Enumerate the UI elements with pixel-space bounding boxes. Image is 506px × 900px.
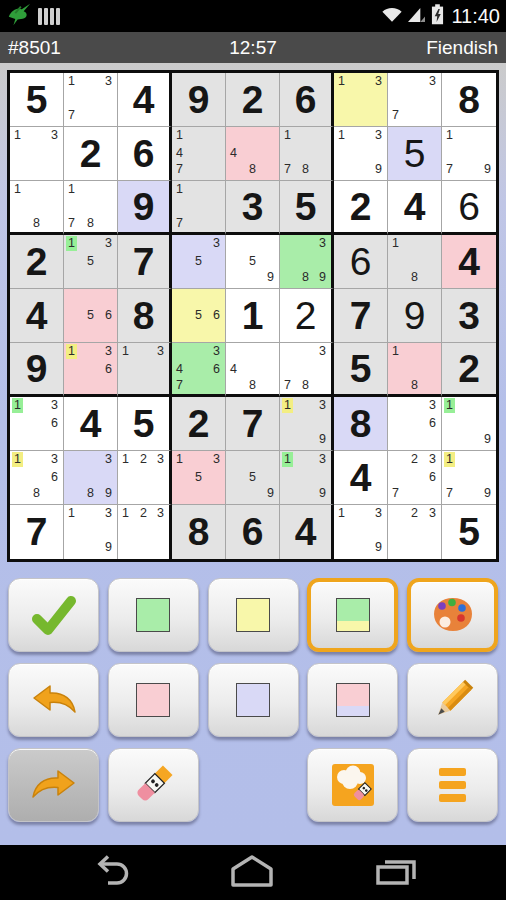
cell-r8c6[interactable]: 139 xyxy=(280,451,334,505)
cell-r6c2[interactable]: 136 xyxy=(64,343,118,397)
cell-r3c6[interactable]: 5 xyxy=(280,181,334,235)
cell-r5c7[interactable]: 7 xyxy=(334,289,388,343)
pencil-mark: 3 xyxy=(103,74,114,89)
cell-r6c5[interactable]: 48 xyxy=(226,343,280,397)
android-nav-bar xyxy=(0,845,506,900)
given-digit: 5 xyxy=(442,505,496,559)
pencil-mark: 6 xyxy=(49,470,60,485)
given-digit: 8 xyxy=(442,73,496,126)
pencil-mark: 1 xyxy=(12,452,23,467)
given-digit: 5 xyxy=(10,73,63,126)
given-digit: 9 xyxy=(172,73,225,126)
pencil-mark: 2 xyxy=(409,506,420,521)
pencil-mark: 9 xyxy=(317,432,328,447)
pencil-mark: 9 xyxy=(103,486,114,501)
clear-marks-icon xyxy=(330,762,376,808)
main-content: 5137492613378132614748178139517918178917… xyxy=(0,63,506,845)
pencil-mark: 9 xyxy=(373,162,384,177)
pencil-mark: 3 xyxy=(49,398,60,413)
toolbar-empty-slot xyxy=(208,748,299,822)
pencil-mark: 1 xyxy=(174,452,185,467)
pencil-mark: 7 xyxy=(282,162,293,177)
pencil-mark: 1 xyxy=(66,344,77,359)
check-icon xyxy=(30,592,78,638)
pencil-mark: 8 xyxy=(300,270,311,285)
redo-icon xyxy=(28,765,80,805)
pencil-mark: 1 xyxy=(282,398,293,413)
given-digit: 6 xyxy=(118,127,169,180)
pencil-mark: 1 xyxy=(444,452,455,467)
pencil-mark: 3 xyxy=(211,344,222,359)
pencil-mark: 3 xyxy=(49,452,60,467)
cell-r9c3[interactable]: 123 xyxy=(118,505,172,559)
cell-r3c1[interactable]: 18 xyxy=(10,181,64,235)
cell-r1c1[interactable]: 5 xyxy=(10,73,64,127)
pencil-mark: 9 xyxy=(103,540,114,555)
lavender-swatch-icon xyxy=(236,683,270,717)
cell-r4c7[interactable]: 6 xyxy=(334,235,388,289)
cell-r1c5[interactable]: 2 xyxy=(226,73,280,127)
cell-r2c1[interactable]: 13 xyxy=(10,127,64,181)
pencil-mark: 1 xyxy=(174,182,185,197)
cell-r9c7[interactable]: 139 xyxy=(334,505,388,559)
given-digit: 5 xyxy=(280,181,331,232)
pencil-mark: 1 xyxy=(66,182,77,197)
undo-icon xyxy=(28,680,80,720)
entered-digit: 5 xyxy=(388,127,441,180)
pencil-mark: 8 xyxy=(85,486,96,501)
pencil-mark: 4 xyxy=(174,146,185,161)
pencil-mark: 1 xyxy=(66,74,77,89)
pencil-mark: 1 xyxy=(390,236,401,251)
given-digit: 2 xyxy=(334,181,387,232)
cell-r8c4[interactable]: 135 xyxy=(172,451,226,505)
home-button[interactable] xyxy=(226,855,278,891)
pencil-mark: 6 xyxy=(211,308,222,323)
pencil-mark: 1 xyxy=(120,506,131,521)
cell-r7c4[interactable]: 2 xyxy=(172,397,226,451)
cell-r6c1[interactable]: 9 xyxy=(10,343,64,397)
cell-r7c1[interactable]: 136 xyxy=(10,397,64,451)
pencil-mark: 1 xyxy=(444,128,455,143)
pencil-mark: 9 xyxy=(317,270,328,285)
pencil-mark: 1 xyxy=(336,506,347,521)
hummingbird-app-icon xyxy=(6,1,32,31)
entered-digit: 6 xyxy=(442,181,496,232)
pencil-mark: 6 xyxy=(427,416,438,431)
cell-r3c9[interactable]: 6 xyxy=(442,181,496,235)
pencil-mark: 7 xyxy=(282,378,293,393)
cell-r3c7[interactable]: 2 xyxy=(334,181,388,235)
undo-button[interactable] xyxy=(8,663,99,737)
pencil-mark: 8 xyxy=(300,162,311,177)
entered-digit: 6 xyxy=(334,235,387,288)
given-digit: 7 xyxy=(10,505,63,559)
cell-r9c4[interactable]: 8 xyxy=(172,505,226,559)
toolbar xyxy=(0,578,506,822)
cell-r6c3[interactable]: 13 xyxy=(118,343,172,397)
pencil-mark: 4 xyxy=(228,362,239,377)
pencil-mark: 7 xyxy=(66,108,77,123)
eraser-icon xyxy=(128,760,178,810)
cell-r3c5[interactable]: 3 xyxy=(226,181,280,235)
color-pink-button[interactable] xyxy=(108,663,199,737)
given-digit: 1 xyxy=(226,289,279,342)
pencil-mark: 1 xyxy=(66,236,77,251)
app-header: #8501 12:57 Fiendish xyxy=(0,32,506,63)
given-digit: 8 xyxy=(118,289,169,342)
cell-r2c8[interactable]: 5 xyxy=(388,127,442,181)
pencil-mark: 3 xyxy=(103,452,114,467)
cell-r5c4[interactable]: 56 xyxy=(172,289,226,343)
pencil-mark: 2 xyxy=(409,452,420,467)
pencil-mark: 4 xyxy=(228,146,239,161)
recents-button[interactable] xyxy=(372,855,420,891)
cell-r4c1[interactable]: 2 xyxy=(10,235,64,289)
given-digit: 6 xyxy=(226,505,279,559)
cell-r8c8[interactable]: 2367 xyxy=(388,451,442,505)
given-digit: 3 xyxy=(226,181,279,232)
pencil-mark: 3 xyxy=(49,128,60,143)
cell-r5c5[interactable]: 1 xyxy=(226,289,280,343)
pencil-mark: 3 xyxy=(317,398,328,413)
cell-r4c3[interactable]: 7 xyxy=(118,235,172,289)
pencil-mark: 7 xyxy=(66,216,77,231)
cell-r2c7[interactable]: 139 xyxy=(334,127,388,181)
pencil-mark: 9 xyxy=(373,540,384,555)
pencil-mark: 1 xyxy=(282,128,293,143)
pencil-mark: 5 xyxy=(193,308,204,323)
pencil-mark: 1 xyxy=(390,344,401,359)
difficulty-label: Fiendish xyxy=(426,37,506,59)
cell-r7c5[interactable]: 7 xyxy=(226,397,280,451)
signal-icon xyxy=(407,6,427,27)
cell-r1c4[interactable]: 9 xyxy=(172,73,226,127)
pencil-mark: 4 xyxy=(174,362,185,377)
given-digit: 2 xyxy=(442,343,496,394)
pencil-mark: 3 xyxy=(317,452,328,467)
pencil-mark: 1 xyxy=(336,128,347,143)
menu-icon xyxy=(439,768,466,802)
bars-icon xyxy=(38,8,60,25)
cell-r1c7[interactable]: 13 xyxy=(334,73,388,127)
cell-r3c2[interactable]: 178 xyxy=(64,181,118,235)
cell-r2c2[interactable]: 2 xyxy=(64,127,118,181)
pencil-mark: 3 xyxy=(155,506,166,521)
cell-r4c6[interactable]: 389 xyxy=(280,235,334,289)
pencil-mark: 9 xyxy=(265,270,276,285)
pencil-mark: 2 xyxy=(138,452,149,467)
pencil-mark: 5 xyxy=(247,470,258,485)
home-icon xyxy=(226,855,278,887)
pencil-mark: 1 xyxy=(12,128,23,143)
entered-digit: 2 xyxy=(280,289,331,342)
pencil-mark: 3 xyxy=(211,452,222,467)
cell-r6c7[interactable]: 5 xyxy=(334,343,388,397)
color-lavender-button[interactable] xyxy=(208,663,299,737)
pencil-mark: 7 xyxy=(174,378,185,393)
pencil-mark: 1 xyxy=(444,398,455,413)
status-bar: 11:40 xyxy=(0,0,506,32)
battery-charging-icon xyxy=(431,4,444,29)
pencil-mark: 3 xyxy=(373,506,384,521)
pencil-mark: 5 xyxy=(193,470,204,485)
cell-r2c9[interactable]: 179 xyxy=(442,127,496,181)
cell-r3c3[interactable]: 9 xyxy=(118,181,172,235)
cell-r6c9[interactable]: 2 xyxy=(442,343,496,397)
pencil-mark: 5 xyxy=(85,308,96,323)
palette-button[interactable] xyxy=(407,578,498,652)
cell-r6c6[interactable]: 378 xyxy=(280,343,334,397)
pencil-mark: 3 xyxy=(427,452,438,467)
given-digit: 7 xyxy=(118,235,169,288)
recents-icon xyxy=(372,855,420,887)
given-digit: 3 xyxy=(442,289,496,342)
pencil-mark: 7 xyxy=(444,162,455,177)
sudoku-app-screen: 11:40 #8501 12:57 Fiendish 5137492613378… xyxy=(0,0,506,900)
pencil-mark: 3 xyxy=(155,452,166,467)
pencil-mark: 3 xyxy=(103,506,114,521)
cell-r5c2[interactable]: 56 xyxy=(64,289,118,343)
pencil-mark: 3 xyxy=(427,506,438,521)
cell-r9c9[interactable]: 5 xyxy=(442,505,496,559)
given-digit: 4 xyxy=(118,73,169,126)
pencil-mark: 8 xyxy=(247,378,258,393)
pencil-mark: 5 xyxy=(85,254,96,269)
pencil-mark: 9 xyxy=(317,486,328,501)
given-digit: 4 xyxy=(334,451,387,504)
given-digit: 5 xyxy=(334,343,387,394)
cell-r5c8[interactable]: 9 xyxy=(388,289,442,343)
back-icon xyxy=(86,854,132,888)
cell-r2c6[interactable]: 178 xyxy=(280,127,334,181)
pencil-mark: 5 xyxy=(247,254,258,269)
cell-r1c3[interactable]: 4 xyxy=(118,73,172,127)
pencil-mark: 7 xyxy=(390,108,401,123)
pencil-mark: 9 xyxy=(482,432,493,447)
given-digit: 9 xyxy=(118,181,169,232)
cell-r4c5[interactable]: 59 xyxy=(226,235,280,289)
pencil-mark: 9 xyxy=(265,486,276,501)
cell-r1c6[interactable]: 6 xyxy=(280,73,334,127)
pencil-mark: 8 xyxy=(31,216,42,231)
cell-r9c5[interactable]: 6 xyxy=(226,505,280,559)
cell-r9c6[interactable]: 4 xyxy=(280,505,334,559)
wifi-icon xyxy=(381,6,403,27)
pencil-mark: 6 xyxy=(427,470,438,485)
given-digit: 9 xyxy=(10,343,63,394)
green-swatch-icon xyxy=(136,598,170,632)
pencil-mark: 3 xyxy=(317,236,328,251)
pencil-mark: 1 xyxy=(12,182,23,197)
cell-r1c8[interactable]: 37 xyxy=(388,73,442,127)
cell-r7c2[interactable]: 4 xyxy=(64,397,118,451)
cell-r2c3[interactable]: 6 xyxy=(118,127,172,181)
entered-digit: 9 xyxy=(388,289,441,342)
pencil-mark: 1 xyxy=(12,398,23,413)
pencil-mark: 9 xyxy=(482,162,493,177)
pencil-mark: 1 xyxy=(282,452,293,467)
given-digit: 4 xyxy=(10,289,63,342)
cell-r4c8[interactable]: 18 xyxy=(388,235,442,289)
pencil-mark: 8 xyxy=(31,486,42,501)
given-digit: 7 xyxy=(334,289,387,342)
given-digit: 8 xyxy=(172,505,225,559)
given-digit: 5 xyxy=(118,397,169,450)
back-button[interactable] xyxy=(86,854,132,892)
pencil-mark: 7 xyxy=(390,486,401,501)
cell-r7c7[interactable]: 8 xyxy=(334,397,388,451)
color-yellow-button[interactable] xyxy=(208,578,299,652)
cell-r8c1[interactable]: 1368 xyxy=(10,451,64,505)
pencil-mark: 6 xyxy=(103,308,114,323)
given-digit: 4 xyxy=(442,235,496,288)
pencil-mark: 7 xyxy=(174,162,185,177)
given-digit: 4 xyxy=(64,397,117,450)
cell-r5c1[interactable]: 4 xyxy=(10,289,64,343)
cell-r9c8[interactable]: 23 xyxy=(388,505,442,559)
menu-button[interactable] xyxy=(407,748,498,822)
given-digit: 4 xyxy=(388,181,441,232)
cell-r4c9[interactable]: 4 xyxy=(442,235,496,289)
cell-r5c9[interactable]: 3 xyxy=(442,289,496,343)
pencil-mark: 8 xyxy=(247,162,258,177)
pencil-mark: 3 xyxy=(211,236,222,251)
cell-r9c2[interactable]: 139 xyxy=(64,505,118,559)
sudoku-grid: 5137492613378132614748178139517918178917… xyxy=(7,70,499,562)
given-digit: 2 xyxy=(226,73,279,126)
color-pink-lavender-button[interactable] xyxy=(307,663,398,737)
pencil-icon xyxy=(428,675,478,725)
cell-r8c7[interactable]: 4 xyxy=(334,451,388,505)
given-digit: 7 xyxy=(226,397,279,450)
cell-r4c2[interactable]: 135 xyxy=(64,235,118,289)
pencil-mark: 6 xyxy=(49,416,60,431)
pencil-mark: 2 xyxy=(138,506,149,521)
pencil-mark: 3 xyxy=(427,398,438,413)
pencil-button[interactable] xyxy=(407,663,498,737)
given-digit: 6 xyxy=(280,73,331,126)
pencil-mark: 3 xyxy=(103,236,114,251)
cell-r1c2[interactable]: 137 xyxy=(64,73,118,127)
eraser-button[interactable] xyxy=(108,748,199,822)
pencil-mark: 7 xyxy=(174,216,185,231)
cell-r7c9[interactable]: 19 xyxy=(442,397,496,451)
color-green-yellow-button[interactable] xyxy=(307,578,398,652)
pencil-mark: 8 xyxy=(409,270,420,285)
cell-r9c1[interactable]: 7 xyxy=(10,505,64,559)
cell-r2c4[interactable]: 147 xyxy=(172,127,226,181)
pencil-mark: 7 xyxy=(444,486,455,501)
pencil-mark: 5 xyxy=(193,254,204,269)
clock-time: 11:40 xyxy=(451,5,500,28)
pink-lavender-swatch-icon xyxy=(336,683,370,717)
yellow-swatch-icon xyxy=(236,598,270,632)
given-digit: 2 xyxy=(10,235,63,288)
pencil-mark: 3 xyxy=(155,344,166,359)
cell-r1c9[interactable]: 8 xyxy=(442,73,496,127)
cell-r6c8[interactable]: 18 xyxy=(388,343,442,397)
pencil-mark: 3 xyxy=(373,128,384,143)
redo-button[interactable] xyxy=(8,748,99,822)
pencil-mark: 1 xyxy=(66,506,77,521)
pencil-mark: 9 xyxy=(482,486,493,501)
cell-r7c3[interactable]: 5 xyxy=(118,397,172,451)
pencil-mark: 3 xyxy=(317,344,328,359)
pencil-mark: 3 xyxy=(103,344,114,359)
color-green-button[interactable] xyxy=(108,578,199,652)
cell-r7c6[interactable]: 139 xyxy=(280,397,334,451)
pencil-mark: 3 xyxy=(427,74,438,89)
palette-icon xyxy=(430,594,476,636)
cell-r5c3[interactable]: 8 xyxy=(118,289,172,343)
cell-r6c4[interactable]: 3467 xyxy=(172,343,226,397)
pencil-mark: 6 xyxy=(103,362,114,377)
pencil-mark: 1 xyxy=(120,452,131,467)
pink-swatch-icon xyxy=(136,683,170,717)
pencil-mark: 1 xyxy=(336,74,347,89)
given-digit: 2 xyxy=(172,397,225,450)
cell-r8c5[interactable]: 59 xyxy=(226,451,280,505)
clear-marks-button[interactable] xyxy=(307,748,398,822)
pencil-mark: 1 xyxy=(174,128,185,143)
cell-r5c6[interactable]: 2 xyxy=(280,289,334,343)
pencil-mark: 8 xyxy=(409,378,420,393)
cell-r8c3[interactable]: 123 xyxy=(118,451,172,505)
pencil-mark: 8 xyxy=(300,378,311,393)
cell-r8c2[interactable]: 389 xyxy=(64,451,118,505)
cell-r8c9[interactable]: 179 xyxy=(442,451,496,505)
given-digit: 8 xyxy=(334,397,387,450)
check-button[interactable] xyxy=(8,578,99,652)
given-digit: 4 xyxy=(280,505,331,559)
pencil-mark: 1 xyxy=(120,344,131,359)
cell-r2c5[interactable]: 48 xyxy=(226,127,280,181)
cell-r7c8[interactable]: 36 xyxy=(388,397,442,451)
cell-r3c8[interactable]: 4 xyxy=(388,181,442,235)
green-yellow-swatch-icon xyxy=(336,598,370,632)
cell-r4c4[interactable]: 35 xyxy=(172,235,226,289)
pencil-mark: 6 xyxy=(211,362,222,377)
cell-r3c4[interactable]: 17 xyxy=(172,181,226,235)
pencil-mark: 8 xyxy=(85,216,96,231)
pencil-mark: 3 xyxy=(373,74,384,89)
given-digit: 2 xyxy=(64,127,117,180)
